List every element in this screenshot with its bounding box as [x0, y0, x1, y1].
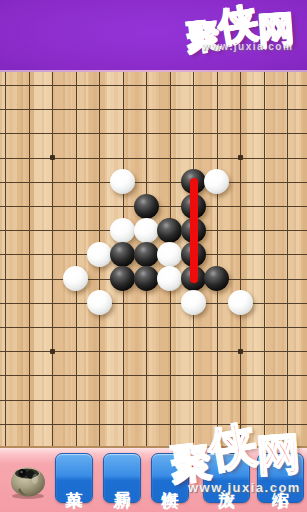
game-board[interactable]: [0, 72, 307, 446]
white-stone: [157, 242, 182, 267]
white-stone: [134, 218, 159, 243]
new-game-button[interactable]: 新局: [103, 453, 141, 503]
black-stone: [110, 242, 135, 267]
winning-line: [190, 178, 198, 283]
black-stone: [110, 266, 135, 291]
star-point: [238, 155, 243, 160]
star-point: [50, 155, 55, 160]
black-stone: [157, 218, 182, 243]
black-stone: [134, 194, 159, 219]
white-stone: [228, 290, 253, 315]
black-stone: [134, 242, 159, 267]
star-point: [238, 349, 243, 354]
black-stone: [204, 266, 229, 291]
star-point: [50, 349, 55, 354]
menu-button[interactable]: 菜单: [55, 453, 93, 503]
white-stone: [87, 290, 112, 315]
white-stone: [110, 218, 135, 243]
stone-bowl-icon: [8, 462, 48, 500]
zoom-in-button[interactable]: 放大: [203, 453, 250, 503]
zoom-out-button[interactable]: 缩小: [257, 453, 304, 503]
white-stone: [87, 242, 112, 267]
toolbar: 菜单 新局 悔棋 放大 缩小: [0, 448, 307, 512]
white-stone: [110, 169, 135, 194]
white-stone: [204, 169, 229, 194]
black-stone: [134, 266, 159, 291]
white-stone: [181, 290, 206, 315]
white-stone: [63, 266, 88, 291]
white-stone: [157, 266, 182, 291]
app-header-band: [0, 0, 307, 70]
undo-button[interactable]: 悔棋: [151, 453, 189, 503]
